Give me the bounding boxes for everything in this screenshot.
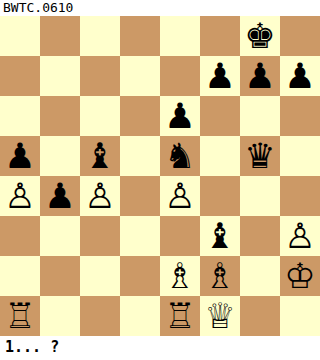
- square-a2[interactable]: [0, 256, 40, 296]
- square-d4[interactable]: [120, 176, 160, 216]
- square-d6[interactable]: [120, 96, 160, 136]
- square-e5[interactable]: ♞: [160, 136, 200, 176]
- square-a5[interactable]: ♟: [0, 136, 40, 176]
- piece-white-rook-e1[interactable]: ♖: [160, 296, 200, 336]
- square-a4[interactable]: ♙: [0, 176, 40, 216]
- square-d2[interactable]: [120, 256, 160, 296]
- square-f6[interactable]: [200, 96, 240, 136]
- square-e4[interactable]: ♙: [160, 176, 200, 216]
- piece-black-bishop-c5[interactable]: ♝: [80, 136, 120, 176]
- square-d7[interactable]: [120, 56, 160, 96]
- piece-white-rook-a1[interactable]: ♖: [0, 296, 40, 336]
- square-d8[interactable]: [120, 16, 160, 56]
- square-d5[interactable]: [120, 136, 160, 176]
- move-prompt: 1... ?: [0, 336, 320, 360]
- square-d3[interactable]: [120, 216, 160, 256]
- square-c8[interactable]: [80, 16, 120, 56]
- square-g3[interactable]: [240, 216, 280, 256]
- piece-black-king-g8[interactable]: ♚: [240, 16, 280, 56]
- puzzle-page: BWTC.0610 ♚♟♟♟♟♟♝♞♛♙♟♙♙♝♙♗♗♔♖♖♕ 1... ?: [0, 0, 320, 360]
- square-d1[interactable]: [120, 296, 160, 336]
- piece-white-pawn-c4[interactable]: ♙: [80, 176, 120, 216]
- square-c3[interactable]: [80, 216, 120, 256]
- square-g1[interactable]: [240, 296, 280, 336]
- square-h6[interactable]: [280, 96, 320, 136]
- square-g8[interactable]: ♚: [240, 16, 280, 56]
- piece-white-bishop-e2[interactable]: ♗: [160, 256, 200, 296]
- piece-black-pawn-h7[interactable]: ♟: [280, 56, 320, 96]
- square-a7[interactable]: [0, 56, 40, 96]
- square-c5[interactable]: ♝: [80, 136, 120, 176]
- square-b8[interactable]: [40, 16, 80, 56]
- piece-black-bishop-f3[interactable]: ♝: [200, 216, 240, 256]
- piece-white-queen-f1[interactable]: ♕: [200, 296, 240, 336]
- square-b1[interactable]: [40, 296, 80, 336]
- square-h7[interactable]: ♟: [280, 56, 320, 96]
- square-g2[interactable]: [240, 256, 280, 296]
- square-f5[interactable]: [200, 136, 240, 176]
- square-a8[interactable]: [0, 16, 40, 56]
- square-f2[interactable]: ♗: [200, 256, 240, 296]
- square-a3[interactable]: [0, 216, 40, 256]
- square-f3[interactable]: ♝: [200, 216, 240, 256]
- square-h3[interactable]: ♙: [280, 216, 320, 256]
- square-c7[interactable]: [80, 56, 120, 96]
- piece-white-pawn-a4[interactable]: ♙: [0, 176, 40, 216]
- square-g6[interactable]: [240, 96, 280, 136]
- square-f4[interactable]: [200, 176, 240, 216]
- square-b4[interactable]: ♟: [40, 176, 80, 216]
- square-b6[interactable]: [40, 96, 80, 136]
- square-f8[interactable]: [200, 16, 240, 56]
- square-f1[interactable]: ♕: [200, 296, 240, 336]
- piece-black-pawn-f7[interactable]: ♟: [200, 56, 240, 96]
- piece-black-pawn-e6[interactable]: ♟: [160, 96, 200, 136]
- square-h2[interactable]: ♔: [280, 256, 320, 296]
- square-g5[interactable]: ♛: [240, 136, 280, 176]
- square-b3[interactable]: [40, 216, 80, 256]
- square-e6[interactable]: ♟: [160, 96, 200, 136]
- square-a6[interactable]: [0, 96, 40, 136]
- piece-black-queen-g5[interactable]: ♛: [240, 136, 280, 176]
- chess-board: ♚♟♟♟♟♟♝♞♛♙♟♙♙♝♙♗♗♔♖♖♕: [0, 16, 320, 336]
- square-c4[interactable]: ♙: [80, 176, 120, 216]
- square-e3[interactable]: [160, 216, 200, 256]
- piece-black-knight-e5[interactable]: ♞: [160, 136, 200, 176]
- square-c6[interactable]: [80, 96, 120, 136]
- square-f7[interactable]: ♟: [200, 56, 240, 96]
- square-g7[interactable]: ♟: [240, 56, 280, 96]
- square-c1[interactable]: [80, 296, 120, 336]
- square-b2[interactable]: [40, 256, 80, 296]
- piece-white-bishop-f2[interactable]: ♗: [200, 256, 240, 296]
- square-e1[interactable]: ♖: [160, 296, 200, 336]
- piece-white-pawn-e4[interactable]: ♙: [160, 176, 200, 216]
- square-e7[interactable]: [160, 56, 200, 96]
- square-h4[interactable]: [280, 176, 320, 216]
- square-c2[interactable]: [80, 256, 120, 296]
- piece-white-king-h2[interactable]: ♔: [280, 256, 320, 296]
- square-h1[interactable]: [280, 296, 320, 336]
- square-h5[interactable]: [280, 136, 320, 176]
- puzzle-title: BWTC.0610: [0, 0, 320, 16]
- square-g4[interactable]: [240, 176, 280, 216]
- piece-black-pawn-g7[interactable]: ♟: [240, 56, 280, 96]
- square-a1[interactable]: ♖: [0, 296, 40, 336]
- square-h8[interactable]: [280, 16, 320, 56]
- piece-black-pawn-b4[interactable]: ♟: [40, 176, 80, 216]
- piece-white-pawn-h3[interactable]: ♙: [280, 216, 320, 256]
- square-b5[interactable]: [40, 136, 80, 176]
- square-e2[interactable]: ♗: [160, 256, 200, 296]
- square-b7[interactable]: [40, 56, 80, 96]
- piece-black-pawn-a5[interactable]: ♟: [0, 136, 40, 176]
- square-e8[interactable]: [160, 16, 200, 56]
